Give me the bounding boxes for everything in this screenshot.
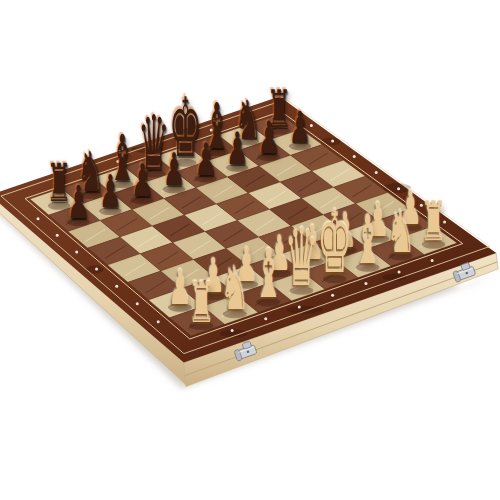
piece-shadow — [256, 298, 280, 306]
frame-dot — [420, 204, 423, 207]
frame-dot — [364, 282, 367, 285]
piece-shadow — [223, 310, 247, 318]
frame-dot — [241, 118, 244, 121]
piece-shadow — [99, 207, 122, 215]
frame-dot — [37, 217, 40, 220]
piece-shadow — [168, 303, 192, 311]
frame-dot — [115, 285, 118, 288]
piece-shadow — [189, 321, 213, 330]
piece-shadow — [226, 164, 249, 172]
piece-shadow — [422, 240, 446, 248]
frame-dot — [310, 124, 313, 127]
frame-dot — [136, 302, 139, 305]
wood-grain-blotch — [321, 138, 341, 146]
frame-dot — [75, 250, 78, 253]
frame-dot — [148, 149, 151, 152]
frame-dot — [95, 267, 98, 270]
frame-dot — [398, 271, 401, 274]
frame-dot — [179, 139, 182, 142]
piece-shadow — [143, 169, 166, 177]
piece-shadow — [48, 202, 71, 210]
frame-dot — [157, 320, 160, 323]
frame-dot — [210, 128, 213, 131]
frame-dot — [331, 294, 334, 297]
piece-shadow — [201, 292, 225, 300]
piece-shadow — [237, 138, 259, 146]
piece-shadow — [333, 246, 357, 254]
product-photo: ♜♞♝♛♚♝♞♜♟♟♟♟♟♟♟♟♟♟♟♟♟♟♟♟♜♞♝♛♚♝♞♜ — [0, 0, 500, 500]
piece-shadow — [174, 159, 196, 167]
piece-shadow — [300, 257, 324, 265]
piece-shadow — [79, 191, 102, 199]
wood-grain-blotch — [131, 146, 163, 153]
piece-shadow — [111, 180, 134, 188]
frame-dot — [116, 160, 119, 163]
piece-shadow — [163, 185, 186, 193]
piece-shadow — [366, 235, 389, 243]
piece-shadow — [234, 280, 258, 288]
piece-shadow — [131, 196, 154, 204]
frame-dot — [375, 171, 378, 174]
frame-dot — [397, 187, 400, 190]
piece-shadow — [290, 286, 314, 294]
frame-dot — [264, 317, 267, 320]
piece-shadow — [389, 252, 413, 260]
frame-dot — [353, 155, 356, 158]
piece-shadow — [399, 223, 422, 231]
wood-grain-blotch — [86, 266, 104, 274]
piece-shadow — [356, 263, 380, 271]
frame-dot — [431, 259, 434, 262]
piece-shadow — [257, 153, 280, 161]
frame-dot — [298, 305, 301, 308]
frame-dot — [54, 181, 57, 184]
frame-dot — [231, 329, 234, 332]
piece-shadow — [67, 218, 90, 226]
piece-shadow — [205, 148, 227, 156]
piece-shadow — [268, 127, 290, 135]
piece-shadow — [289, 142, 311, 150]
piece-shadow — [323, 275, 347, 283]
frame-dot — [331, 139, 334, 142]
piece-shadow — [267, 269, 291, 277]
chess-board — [0, 0, 500, 500]
frame-dot — [443, 221, 446, 224]
piece-shadow — [194, 175, 217, 183]
frame-dot — [56, 234, 59, 237]
frame-dot — [85, 171, 88, 174]
